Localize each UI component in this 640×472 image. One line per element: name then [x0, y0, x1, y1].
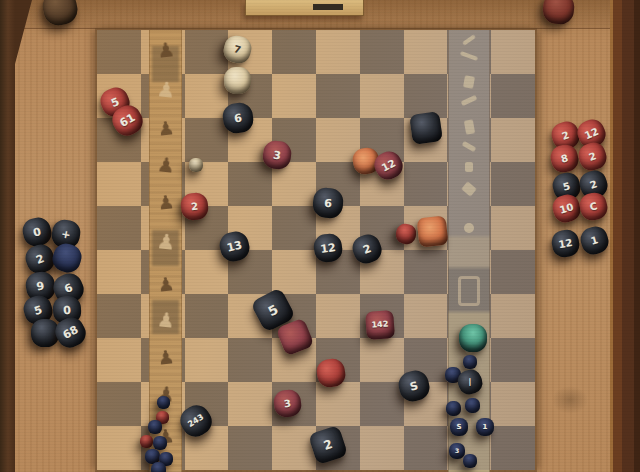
piece-number-label: 6 — [62, 281, 73, 294]
board-square[interactable] — [491, 74, 535, 118]
board-square[interactable] — [97, 426, 141, 470]
piece-number-label: 243 — [187, 413, 205, 429]
pawn-inlay-motif: ♟ — [156, 274, 175, 295]
piece-number-label: 13 — [225, 239, 243, 253]
board-square[interactable] — [228, 426, 272, 470]
c-outline-inlay-motif — [458, 276, 480, 306]
board-square[interactable] — [185, 118, 229, 162]
board-square[interactable] — [97, 162, 141, 206]
game-piece-navy-board[interactable] — [151, 462, 166, 472]
piece-number-label: 61 — [118, 111, 137, 128]
game-piece-navy-board[interactable] — [148, 420, 162, 434]
board-square[interactable] — [272, 74, 316, 118]
piece-number-label: 2 — [322, 438, 334, 452]
piece-number-label: 5 — [33, 304, 43, 317]
piece-number-label: 12 — [320, 241, 337, 254]
board-square[interactable] — [491, 338, 535, 382]
board-square[interactable] — [97, 338, 141, 382]
pawn-inlay-motif: ♟ — [156, 39, 176, 61]
piece-number-label: 2 — [588, 178, 598, 190]
scribble-inlay-motif — [463, 119, 474, 134]
piece-number-label: 12 — [557, 237, 572, 249]
board-square[interactable] — [491, 250, 535, 294]
game-piece-navy-board[interactable] — [446, 401, 461, 416]
piece-number-label: 142 — [371, 320, 388, 329]
board-square[interactable] — [185, 30, 229, 74]
game-piece-red-board[interactable]: 2 — [179, 191, 209, 221]
game-piece-navy-board[interactable] — [463, 454, 477, 468]
board-square[interactable] — [404, 426, 448, 470]
board-square[interactable] — [491, 162, 535, 206]
piece-number-label: 68 — [61, 324, 80, 341]
pawn-inlay-motif: ♟ — [155, 79, 176, 102]
board-square[interactable] — [491, 294, 535, 338]
game-piece-orange-board[interactable] — [416, 215, 448, 247]
board-photo: ♟♟♟♟♟♟♟♟♟♟♟ 7656131226131225142S32432∕S1… — [0, 0, 640, 472]
pawn-inlay-motif: ♟ — [155, 231, 176, 254]
piece-number-label: 9 — [35, 280, 44, 292]
board-square[interactable] — [404, 162, 448, 206]
game-piece-navy-board[interactable] — [465, 398, 480, 413]
board-square[interactable] — [491, 382, 535, 426]
piece-number-label: 3 — [272, 149, 281, 161]
game-piece-cream-board[interactable] — [224, 67, 251, 94]
piece-number-label: 2 — [35, 253, 46, 266]
piece-number-label: 5 — [109, 95, 120, 108]
scribble-inlay-motif — [461, 181, 477, 196]
piece-number-label: 10 — [558, 201, 574, 214]
game-piece-navy-board[interactable]: S — [450, 418, 468, 436]
wooden-frame-right — [610, 0, 640, 472]
game-piece-teal-board[interactable] — [459, 324, 487, 352]
board-square[interactable] — [272, 250, 316, 294]
piece-number-label: 6 — [324, 197, 332, 209]
piece-number-label: S — [456, 424, 461, 431]
board-square[interactable] — [228, 162, 272, 206]
piece-number-label: C — [588, 200, 598, 211]
board-square[interactable] — [185, 74, 229, 118]
board-square[interactable] — [228, 338, 272, 382]
nameplate-label — [313, 4, 343, 10]
piece-number-label: 2 — [560, 129, 570, 141]
game-piece-red-board[interactable] — [140, 435, 153, 448]
board-square[interactable] — [185, 250, 229, 294]
pawn-inlay-motif: ♟ — [156, 309, 176, 331]
game-piece-black-board[interactable] — [409, 111, 443, 145]
piece-number-label: 5 — [266, 302, 280, 318]
game-piece-cream-board[interactable] — [189, 158, 203, 172]
board-square[interactable] — [272, 30, 316, 74]
piece-number-label: 2 — [190, 201, 198, 212]
scribble-inlay-motif — [462, 34, 476, 45]
scribble-inlay-motif — [462, 141, 477, 152]
piece-number-label: 0 — [63, 304, 71, 316]
game-piece-navy-board[interactable] — [157, 396, 170, 409]
pawn-inlay-motif: ♟ — [156, 154, 176, 176]
board-square[interactable] — [360, 338, 404, 382]
board-square[interactable] — [360, 382, 404, 426]
piece-number-label: 12 — [379, 157, 396, 172]
board-square[interactable] — [360, 426, 404, 470]
board-square[interactable] — [360, 30, 404, 74]
wood-knot — [552, 386, 588, 414]
piece-number-label: 7 — [232, 43, 241, 54]
nameplate — [245, 0, 364, 16]
board-square[interactable] — [404, 250, 448, 294]
piece-number-label: 5 — [561, 180, 570, 191]
scribble-inlay-motif — [463, 75, 475, 89]
board-square[interactable] — [404, 294, 448, 338]
pawn-inlay-motif: ♟ — [156, 118, 175, 139]
board-square[interactable] — [97, 250, 141, 294]
piece-number-label: 12 — [583, 126, 600, 141]
board-square[interactable] — [404, 30, 448, 74]
scribble-inlay-motif — [460, 51, 478, 61]
dot-inlay-motif — [464, 223, 474, 233]
board-square[interactable] — [491, 426, 535, 470]
board-square[interactable] — [97, 382, 141, 426]
piece-number-label: + — [61, 228, 72, 240]
piece-number-label: 1 — [589, 234, 598, 246]
board-square[interactable] — [272, 426, 316, 470]
scribble-inlay-motif — [465, 162, 473, 172]
board-square[interactable] — [185, 294, 229, 338]
piece-number-label: 1 — [483, 424, 488, 431]
piece-number-label: 2 — [362, 243, 373, 256]
board-square[interactable] — [360, 74, 404, 118]
board-square[interactable] — [97, 294, 141, 338]
board-square[interactable] — [228, 382, 272, 426]
pawn-inlay-motif: ♟ — [156, 192, 175, 213]
board-square[interactable] — [316, 74, 360, 118]
board-square[interactable] — [491, 30, 535, 74]
piece-number-label: 3 — [283, 398, 291, 409]
pawn-inlay-motif: ♟ — [156, 347, 175, 368]
board-square[interactable] — [404, 74, 448, 118]
board-square[interactable] — [185, 338, 229, 382]
game-piece-navy-board[interactable] — [463, 355, 477, 369]
piece-number-label: 8 — [559, 152, 568, 163]
piece-number-label: S — [409, 380, 419, 393]
board-square[interactable] — [316, 382, 360, 426]
board-square[interactable] — [316, 30, 360, 74]
piece-number-label: 0 — [32, 226, 42, 239]
game-piece-maroon-board[interactable]: 142 — [365, 310, 395, 340]
board-square[interactable] — [491, 206, 535, 250]
piece-number-label: 3 — [455, 448, 459, 454]
piece-number-label: 6 — [233, 112, 242, 124]
board-square[interactable] — [316, 294, 360, 338]
board-square[interactable] — [272, 206, 316, 250]
piece-number-label: ∕ — [467, 377, 473, 387]
board-square[interactable] — [491, 118, 535, 162]
piece-number-label: 2 — [587, 150, 597, 162]
board-square[interactable] — [97, 206, 141, 250]
board-square[interactable] — [97, 30, 141, 74]
game-piece-navy-board[interactable]: 1 — [476, 418, 494, 436]
scribble-inlay-motif — [461, 95, 478, 106]
